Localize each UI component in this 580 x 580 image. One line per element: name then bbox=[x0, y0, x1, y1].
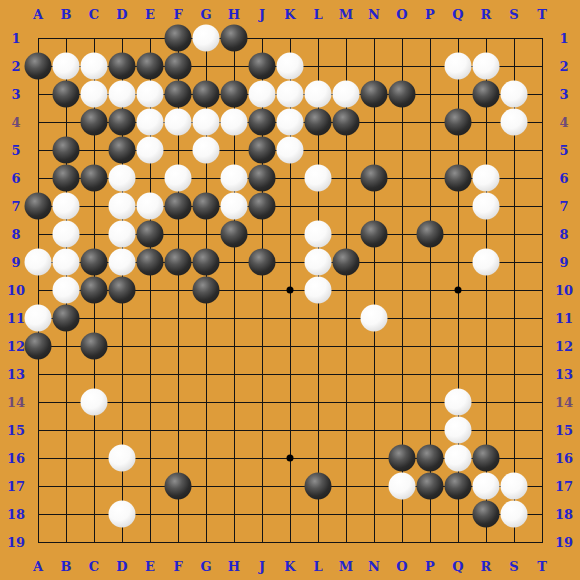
white-stone-K5 bbox=[277, 137, 304, 164]
row-label-left-14: 14 bbox=[7, 395, 25, 410]
column-label-bottom-K: K bbox=[284, 559, 295, 574]
column-label-bottom-C: C bbox=[89, 559, 99, 574]
row-label-right-15: 15 bbox=[555, 423, 573, 438]
black-stone-C10 bbox=[81, 277, 108, 304]
white-stone-N11 bbox=[361, 305, 388, 332]
white-stone-S17 bbox=[501, 473, 528, 500]
black-stone-F3 bbox=[165, 81, 192, 108]
black-stone-B3 bbox=[53, 81, 80, 108]
black-stone-P8 bbox=[417, 221, 444, 248]
black-stone-E9 bbox=[137, 249, 164, 276]
black-stone-J6 bbox=[249, 165, 276, 192]
column-label-top-E: E bbox=[145, 7, 155, 22]
row-label-left-13: 13 bbox=[7, 367, 25, 382]
row-label-right-16: 16 bbox=[555, 451, 573, 466]
row-label-left-4: 4 bbox=[11, 115, 20, 130]
star-point-Q10 bbox=[455, 287, 462, 294]
black-stone-Q4 bbox=[445, 109, 472, 136]
white-stone-D9 bbox=[109, 249, 136, 276]
white-stone-Q16 bbox=[445, 445, 472, 472]
black-stone-D2 bbox=[109, 53, 136, 80]
row-label-left-17: 17 bbox=[7, 479, 25, 494]
black-stone-B5 bbox=[53, 137, 80, 164]
black-stone-C6 bbox=[81, 165, 108, 192]
white-stone-R6 bbox=[473, 165, 500, 192]
column-label-top-M: M bbox=[339, 7, 353, 22]
white-stone-A11 bbox=[25, 305, 52, 332]
column-label-bottom-L: L bbox=[313, 559, 322, 574]
row-label-left-15: 15 bbox=[7, 423, 25, 438]
column-label-top-A: A bbox=[33, 7, 43, 22]
column-label-bottom-D: D bbox=[116, 559, 127, 574]
white-stone-S18 bbox=[501, 501, 528, 528]
row-label-right-13: 13 bbox=[555, 367, 573, 382]
row-label-right-14: 14 bbox=[555, 395, 573, 410]
column-label-bottom-J: J bbox=[259, 559, 265, 574]
white-stone-O17 bbox=[389, 473, 416, 500]
row-label-left-6: 6 bbox=[11, 171, 20, 186]
white-stone-E7 bbox=[137, 193, 164, 220]
column-label-top-G: G bbox=[200, 7, 211, 22]
black-stone-P16 bbox=[417, 445, 444, 472]
column-label-top-C: C bbox=[89, 7, 99, 22]
column-label-bottom-P: P bbox=[425, 559, 435, 574]
white-stone-L3 bbox=[305, 81, 332, 108]
white-stone-B7 bbox=[53, 193, 80, 220]
black-stone-L4 bbox=[305, 109, 332, 136]
column-label-top-H: H bbox=[228, 7, 240, 22]
black-stone-H3 bbox=[221, 81, 248, 108]
black-stone-B11 bbox=[53, 305, 80, 332]
black-stone-E2 bbox=[137, 53, 164, 80]
column-label-top-J: J bbox=[259, 7, 265, 22]
black-stone-J5 bbox=[249, 137, 276, 164]
black-stone-G7 bbox=[193, 193, 220, 220]
row-label-right-2: 2 bbox=[559, 59, 568, 74]
column-label-bottom-N: N bbox=[368, 559, 380, 574]
white-stone-B2 bbox=[53, 53, 80, 80]
column-label-top-F: F bbox=[173, 7, 182, 22]
white-stone-C3 bbox=[81, 81, 108, 108]
column-label-bottom-H: H bbox=[228, 559, 240, 574]
white-stone-E5 bbox=[137, 137, 164, 164]
white-stone-M3 bbox=[333, 81, 360, 108]
column-label-bottom-S: S bbox=[509, 559, 518, 574]
white-stone-J3 bbox=[249, 81, 276, 108]
column-label-bottom-O: O bbox=[396, 559, 407, 574]
black-stone-F1 bbox=[165, 25, 192, 52]
black-stone-O16 bbox=[389, 445, 416, 472]
row-label-left-12: 12 bbox=[7, 339, 25, 354]
row-label-left-9: 9 bbox=[11, 255, 20, 270]
row-label-left-18: 18 bbox=[7, 507, 25, 522]
white-stone-L8 bbox=[305, 221, 332, 248]
white-stone-C14 bbox=[81, 389, 108, 416]
column-label-bottom-B: B bbox=[61, 559, 72, 574]
row-label-left-5: 5 bbox=[11, 143, 20, 158]
white-stone-D8 bbox=[109, 221, 136, 248]
black-stone-N8 bbox=[361, 221, 388, 248]
white-stone-D7 bbox=[109, 193, 136, 220]
white-stone-G1 bbox=[193, 25, 220, 52]
white-stone-Q2 bbox=[445, 53, 472, 80]
column-label-top-S: S bbox=[509, 7, 518, 22]
row-label-right-1: 1 bbox=[559, 31, 568, 46]
row-label-right-10: 10 bbox=[555, 283, 573, 298]
black-stone-R3 bbox=[473, 81, 500, 108]
white-stone-B9 bbox=[53, 249, 80, 276]
black-stone-D10 bbox=[109, 277, 136, 304]
white-stone-R7 bbox=[473, 193, 500, 220]
row-label-right-4: 4 bbox=[559, 115, 568, 130]
white-stone-Q14 bbox=[445, 389, 472, 416]
row-label-left-10: 10 bbox=[7, 283, 25, 298]
column-label-top-O: O bbox=[396, 7, 407, 22]
white-stone-S4 bbox=[501, 109, 528, 136]
row-label-right-17: 17 bbox=[555, 479, 573, 494]
white-stone-G4 bbox=[193, 109, 220, 136]
black-stone-M4 bbox=[333, 109, 360, 136]
column-label-bottom-R: R bbox=[481, 559, 492, 574]
black-stone-A2 bbox=[25, 53, 52, 80]
white-stone-Q15 bbox=[445, 417, 472, 444]
white-stone-D3 bbox=[109, 81, 136, 108]
column-label-top-B: B bbox=[61, 7, 72, 22]
black-stone-E8 bbox=[137, 221, 164, 248]
row-label-right-6: 6 bbox=[559, 171, 568, 186]
black-stone-H8 bbox=[221, 221, 248, 248]
white-stone-R9 bbox=[473, 249, 500, 276]
row-label-left-1: 1 bbox=[11, 31, 20, 46]
column-label-top-L: L bbox=[313, 7, 322, 22]
column-label-top-T: T bbox=[537, 7, 547, 22]
black-stone-D5 bbox=[109, 137, 136, 164]
go-board-screen: AA11BB22CC33DD44EE55FF66GG77HH88JJ99KK10… bbox=[0, 0, 580, 580]
white-stone-E4 bbox=[137, 109, 164, 136]
star-point-K10 bbox=[287, 287, 294, 294]
white-stone-K2 bbox=[277, 53, 304, 80]
white-stone-E3 bbox=[137, 81, 164, 108]
black-stone-N3 bbox=[361, 81, 388, 108]
black-stone-F9 bbox=[165, 249, 192, 276]
row-label-right-7: 7 bbox=[559, 199, 568, 214]
white-stone-L9 bbox=[305, 249, 332, 276]
row-label-right-8: 8 bbox=[559, 227, 568, 242]
black-stone-C4 bbox=[81, 109, 108, 136]
black-stone-N6 bbox=[361, 165, 388, 192]
row-label-left-7: 7 bbox=[11, 199, 20, 214]
row-label-right-12: 12 bbox=[555, 339, 573, 354]
black-stone-J4 bbox=[249, 109, 276, 136]
black-stone-B6 bbox=[53, 165, 80, 192]
row-label-left-19: 19 bbox=[7, 535, 25, 550]
black-stone-Q6 bbox=[445, 165, 472, 192]
row-label-left-11: 11 bbox=[7, 311, 25, 326]
row-label-right-5: 5 bbox=[559, 143, 568, 158]
row-label-left-8: 8 bbox=[11, 227, 20, 242]
black-stone-A12 bbox=[25, 333, 52, 360]
black-stone-M9 bbox=[333, 249, 360, 276]
row-label-left-2: 2 bbox=[11, 59, 20, 74]
white-stone-D6 bbox=[109, 165, 136, 192]
black-stone-R18 bbox=[473, 501, 500, 528]
black-stone-J9 bbox=[249, 249, 276, 276]
black-stone-R16 bbox=[473, 445, 500, 472]
white-stone-H7 bbox=[221, 193, 248, 220]
column-label-top-K: K bbox=[284, 7, 295, 22]
column-label-bottom-Q: Q bbox=[452, 559, 463, 574]
black-stone-L17 bbox=[305, 473, 332, 500]
black-stone-G9 bbox=[193, 249, 220, 276]
row-label-right-18: 18 bbox=[555, 507, 573, 522]
column-label-bottom-G: G bbox=[200, 559, 211, 574]
black-stone-P17 bbox=[417, 473, 444, 500]
row-label-right-11: 11 bbox=[555, 311, 573, 326]
white-stone-G5 bbox=[193, 137, 220, 164]
column-label-bottom-T: T bbox=[537, 559, 547, 574]
black-stone-J7 bbox=[249, 193, 276, 220]
white-stone-L6 bbox=[305, 165, 332, 192]
row-label-left-16: 16 bbox=[7, 451, 25, 466]
column-label-bottom-A: A bbox=[33, 559, 43, 574]
white-stone-F4 bbox=[165, 109, 192, 136]
column-label-top-R: R bbox=[481, 7, 492, 22]
black-stone-F7 bbox=[165, 193, 192, 220]
white-stone-H6 bbox=[221, 165, 248, 192]
white-stone-S3 bbox=[501, 81, 528, 108]
column-label-bottom-M: M bbox=[339, 559, 353, 574]
white-stone-F6 bbox=[165, 165, 192, 192]
column-label-top-D: D bbox=[116, 7, 127, 22]
black-stone-Q17 bbox=[445, 473, 472, 500]
white-stone-D16 bbox=[109, 445, 136, 472]
star-point-K16 bbox=[287, 455, 294, 462]
white-stone-B10 bbox=[53, 277, 80, 304]
row-label-right-3: 3 bbox=[559, 87, 568, 102]
black-stone-H1 bbox=[221, 25, 248, 52]
column-label-top-P: P bbox=[425, 7, 435, 22]
column-label-bottom-F: F bbox=[173, 559, 182, 574]
black-stone-F17 bbox=[165, 473, 192, 500]
column-label-top-Q: Q bbox=[452, 7, 463, 22]
white-stone-L10 bbox=[305, 277, 332, 304]
row-label-left-3: 3 bbox=[11, 87, 20, 102]
black-stone-C9 bbox=[81, 249, 108, 276]
white-stone-R17 bbox=[473, 473, 500, 500]
white-stone-K4 bbox=[277, 109, 304, 136]
white-stone-H4 bbox=[221, 109, 248, 136]
white-stone-C2 bbox=[81, 53, 108, 80]
row-label-right-19: 19 bbox=[555, 535, 573, 550]
column-label-bottom-E: E bbox=[145, 559, 155, 574]
black-stone-A7 bbox=[25, 193, 52, 220]
white-stone-D18 bbox=[109, 501, 136, 528]
black-stone-G3 bbox=[193, 81, 220, 108]
black-stone-F2 bbox=[165, 53, 192, 80]
white-stone-R2 bbox=[473, 53, 500, 80]
black-stone-O3 bbox=[389, 81, 416, 108]
white-stone-K3 bbox=[277, 81, 304, 108]
black-stone-C12 bbox=[81, 333, 108, 360]
row-label-right-9: 9 bbox=[559, 255, 568, 270]
black-stone-J2 bbox=[249, 53, 276, 80]
black-stone-D4 bbox=[109, 109, 136, 136]
column-label-top-N: N bbox=[368, 7, 380, 22]
black-stone-G10 bbox=[193, 277, 220, 304]
white-stone-B8 bbox=[53, 221, 80, 248]
white-stone-A9 bbox=[25, 249, 52, 276]
